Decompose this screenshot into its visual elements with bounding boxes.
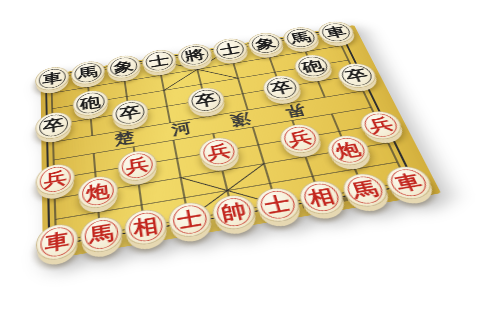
piece-glyph: 車 [42, 71, 62, 87]
piece-glyph: 將 [184, 48, 207, 63]
piece-glyph: 卒 [343, 67, 370, 84]
piece-glyph: 帥 [220, 201, 249, 224]
piece-glyph: 馬 [289, 30, 313, 45]
piece-glyph: 車 [45, 230, 70, 254]
piece-glyph: 炮 [86, 181, 111, 202]
piece-glyph: 卒 [119, 104, 142, 122]
piece-glyph: 車 [392, 172, 425, 194]
piece-glyph: 砲 [80, 94, 102, 111]
piece-glyph: 兵 [286, 129, 314, 148]
piece-glyph: 馬 [78, 65, 99, 81]
piece-glyph: 士 [148, 53, 170, 69]
piece-glyph: 卒 [194, 92, 218, 109]
piece-glyph: 兵 [366, 116, 396, 135]
piece-glyph: 士 [176, 208, 204, 231]
piece-glyph: 馬 [349, 179, 381, 201]
product-photo: 楚河漢界 車馬象士將士象馬車砲砲卒卒卒卒卒兵兵兵兵兵炮炮車馬相士帥士相馬車 [0, 0, 500, 333]
piece-glyph: 砲 [300, 58, 326, 74]
piece-glyph: 兵 [206, 142, 232, 162]
piece-glyph: 馬 [89, 223, 115, 246]
piece-glyph: 士 [219, 42, 242, 57]
piece-glyph: 炮 [333, 140, 363, 160]
piece-glyph: 卒 [269, 79, 295, 96]
piece-glyph: 士 [263, 193, 293, 216]
piece-glyph: 兵 [44, 169, 67, 190]
piece-glyph: 兵 [125, 156, 150, 176]
piece-glyph: 車 [324, 25, 349, 40]
xiangqi-board: 楚河漢界 車馬象士將士象馬車砲砲卒卒卒卒卒兵兵兵兵兵炮炮車馬相士帥士相馬車 [41, 25, 442, 261]
piece-glyph: 象 [254, 36, 278, 51]
piece-glyph: 卒 [43, 116, 64, 134]
piece-glyph: 相 [306, 186, 337, 208]
piece-glyph: 相 [132, 215, 159, 238]
piece-glyph: 象 [113, 59, 134, 75]
